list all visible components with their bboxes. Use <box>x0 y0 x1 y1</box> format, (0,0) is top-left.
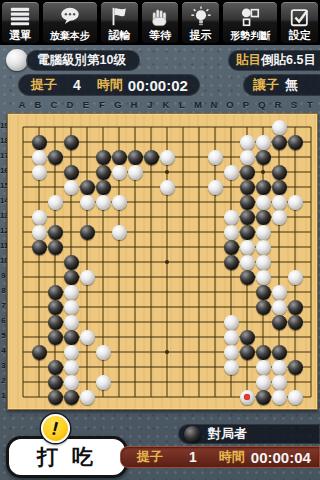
white-stone <box>256 255 271 270</box>
komi-pill: 貼目 倒貼6.5目 <box>228 50 320 71</box>
black-stone <box>64 255 79 270</box>
black-stone <box>32 135 47 150</box>
last-move-marker <box>244 394 250 400</box>
komi-value: 倒貼6.5目 <box>261 52 316 69</box>
black-stone <box>256 390 271 405</box>
black-stone <box>256 285 271 300</box>
white-stone <box>64 300 79 315</box>
white-stone <box>64 180 79 195</box>
white-stone <box>240 240 255 255</box>
black-stone <box>240 225 255 240</box>
black-stone <box>240 210 255 225</box>
coord-letter: G <box>110 99 126 110</box>
black-player-pill: 對局者 <box>178 424 320 444</box>
black-stone <box>64 390 79 405</box>
coord-letter: Q <box>254 99 270 110</box>
warning-badge-icon: ! <box>41 414 70 443</box>
menu-icon <box>9 5 31 29</box>
wait-button[interactable]: 等待 <box>141 1 180 44</box>
white-stone <box>64 315 79 330</box>
coord-number: 11 <box>0 241 7 250</box>
black-stone <box>48 315 63 330</box>
coord-letter: L <box>174 99 190 110</box>
black-stone <box>48 150 63 165</box>
black-stone <box>64 135 79 150</box>
black-captures-label: 提子 <box>137 448 163 466</box>
black-captures-pill: 提子 1 時間 00:00:04 <box>120 446 320 468</box>
white-stone <box>272 285 287 300</box>
coord-number: 6 <box>0 316 7 325</box>
white-stone <box>224 165 239 180</box>
hand-icon <box>149 5 171 29</box>
white-stone <box>64 360 79 375</box>
coord-letter: M <box>190 99 206 110</box>
white-stone <box>240 255 255 270</box>
white-stone <box>256 240 271 255</box>
black-stone <box>64 165 79 180</box>
estimate-label: 形勢判斷 <box>230 29 270 42</box>
white-stone <box>272 210 287 225</box>
coord-letter: K <box>158 99 174 110</box>
white-stone <box>208 180 223 195</box>
black-stone <box>64 270 79 285</box>
shapes-icon <box>239 5 261 29</box>
coord-number: 7 <box>0 301 7 310</box>
coord-number: 8 <box>0 286 7 295</box>
black-stone <box>48 360 63 375</box>
coord-number: 14 <box>0 196 7 205</box>
black-stone <box>272 315 287 330</box>
white-stone <box>240 150 255 165</box>
settings-label: 設定 <box>289 29 311 42</box>
white-captures-pill: 提子 4 時間 00:00:02 <box>18 74 200 96</box>
black-stone <box>48 390 63 405</box>
black-stone <box>96 180 111 195</box>
coord-number: 2 <box>0 376 7 385</box>
white-stone <box>272 375 287 390</box>
white-stone <box>272 390 287 405</box>
komi-label: 貼目 <box>236 52 261 69</box>
white-stone <box>32 225 47 240</box>
black-stone <box>288 135 303 150</box>
coord-number: 10 <box>0 256 7 265</box>
coord-letter: D <box>62 99 78 110</box>
coord-number: 3 <box>0 361 7 370</box>
black-stone-icon <box>184 426 201 443</box>
white-time-label: 時間 <box>97 76 123 94</box>
white-stone <box>80 195 95 210</box>
black-stone <box>256 150 271 165</box>
black-stone <box>288 315 303 330</box>
white-stone <box>48 195 63 210</box>
white-stone <box>256 270 271 285</box>
coord-number: 1 <box>0 391 7 400</box>
coord-number: 9 <box>0 271 7 280</box>
black-stone <box>48 375 63 390</box>
black-player-name: 對局者 <box>208 425 247 443</box>
white-stone <box>288 270 303 285</box>
white-stone <box>160 180 175 195</box>
white-stone <box>96 345 111 360</box>
black-stone <box>32 345 47 360</box>
white-stone <box>32 165 47 180</box>
white-stone <box>256 375 271 390</box>
black-stone <box>48 330 63 345</box>
black-stone <box>240 165 255 180</box>
resign-label: 認輸 <box>108 29 130 42</box>
white-stone <box>64 375 79 390</box>
white-stone <box>224 360 239 375</box>
white-stone <box>96 195 111 210</box>
black-stone <box>144 150 159 165</box>
black-stone <box>96 165 111 180</box>
atari-alert-bubble: 打 吃 <box>6 436 128 478</box>
white-time-value: 00:00:02 <box>128 77 188 94</box>
black-stone <box>256 180 271 195</box>
white-stone <box>112 195 127 210</box>
black-stone <box>240 330 255 345</box>
toolbar: 選單 放棄本步 認輸 等待 提示 <box>0 0 320 45</box>
menu-label: 選單 <box>9 29 31 42</box>
white-stone <box>240 135 255 150</box>
coord-number: 19 <box>0 121 7 130</box>
coord-letter: J <box>142 99 158 110</box>
white-stone <box>224 330 239 345</box>
hint-label: 提示 <box>190 29 212 42</box>
black-stone <box>224 240 239 255</box>
computer-level-pill: 電腦級別第10级 <box>26 50 140 71</box>
black-stone <box>48 285 63 300</box>
white-stone <box>288 390 303 405</box>
black-stone <box>32 240 47 255</box>
black-stone <box>272 345 287 360</box>
coord-number: 12 <box>0 226 7 235</box>
white-stone <box>240 390 255 405</box>
black-stone <box>48 300 63 315</box>
white-stone <box>128 165 143 180</box>
wait-label: 等待 <box>149 29 171 42</box>
white-stone <box>224 225 239 240</box>
black-stone <box>48 225 63 240</box>
resign-button[interactable]: 認輸 <box>100 1 139 44</box>
white-stone <box>256 135 271 150</box>
white-stone <box>160 150 175 165</box>
handicap-label: 讓子 <box>253 76 279 94</box>
black-stone <box>128 150 143 165</box>
coord-letter: R <box>270 99 286 110</box>
black-stone <box>288 360 303 375</box>
handicap-pill: 讓子 無 <box>243 74 320 96</box>
white-stone <box>224 315 239 330</box>
black-stone <box>272 180 287 195</box>
white-stone <box>80 390 95 405</box>
coord-letter: T <box>302 99 318 110</box>
white-stone <box>272 300 287 315</box>
black-stone <box>240 270 255 285</box>
white-captures-label: 提子 <box>31 76 57 94</box>
white-stone <box>224 210 239 225</box>
white-stone <box>208 150 223 165</box>
coord-letter: P <box>238 99 254 110</box>
coord-letter: C <box>46 99 62 110</box>
coord-number: 15 <box>0 181 7 190</box>
coord-letter: E <box>78 99 94 110</box>
black-stone <box>288 300 303 315</box>
white-stone-icon <box>6 49 28 71</box>
menu-button[interactable]: 選單 <box>1 1 40 44</box>
white-stone <box>272 360 287 375</box>
handicap-value: 無 <box>285 76 298 94</box>
coord-number: 5 <box>0 331 7 340</box>
white-stone <box>288 195 303 210</box>
white-captures-count: 4 <box>73 77 81 93</box>
white-stone <box>112 225 127 240</box>
black-stone <box>256 210 271 225</box>
white-stone <box>32 210 47 225</box>
atari-alert-text: 打 吃 <box>37 443 97 471</box>
black-stone <box>256 345 271 360</box>
black-stone <box>64 330 79 345</box>
coord-number: 4 <box>0 346 7 355</box>
coord-letter: H <box>126 99 142 110</box>
coord-number: 17 <box>0 151 7 160</box>
flag-icon <box>108 5 130 29</box>
computer-level-text: 電腦級別第10级 <box>37 52 126 69</box>
coord-letter: F <box>94 99 110 110</box>
white-stone <box>272 195 287 210</box>
go-game-screen: 選單 放棄本步 認輸 等待 提示 <box>0 0 320 480</box>
settings-button[interactable]: 設定 <box>280 1 319 44</box>
black-time-value: 00:00:04 <box>251 449 311 466</box>
white-stone <box>64 285 79 300</box>
black-stone <box>272 135 287 150</box>
white-stone <box>256 225 271 240</box>
estimate-button[interactable]: 形勢判斷 <box>222 1 279 44</box>
coord-letter: N <box>206 99 222 110</box>
white-stone <box>112 165 127 180</box>
white-stone <box>256 360 271 375</box>
black-stone <box>256 300 271 315</box>
black-stone <box>224 255 239 270</box>
black-stone <box>240 195 255 210</box>
black-stone <box>48 240 63 255</box>
pass-move-label: 放棄本步 <box>50 29 90 42</box>
white-stone <box>32 150 47 165</box>
lightbulb-icon <box>190 5 212 29</box>
checkbox-icon <box>289 5 311 29</box>
coord-letter: A <box>14 99 30 110</box>
coord-letter: O <box>222 99 238 110</box>
black-stone <box>80 225 95 240</box>
go-board[interactable] <box>7 113 318 410</box>
white-stone <box>80 270 95 285</box>
black-stone <box>272 165 287 180</box>
white-stone <box>256 195 271 210</box>
coord-number: 13 <box>0 211 7 220</box>
hint-button[interactable]: 提示 <box>181 1 220 44</box>
coord-number: 18 <box>0 136 7 145</box>
coord-number: 16 <box>0 166 7 175</box>
coord-letter: B <box>30 99 46 110</box>
white-stone <box>272 120 287 135</box>
black-stone <box>112 150 127 165</box>
coord-letter: S <box>286 99 302 110</box>
white-stone <box>96 375 111 390</box>
speech-bubble-icon <box>59 5 81 29</box>
white-stone <box>224 345 239 360</box>
pass-move-button[interactable]: 放棄本步 <box>42 1 99 44</box>
black-stone <box>96 150 111 165</box>
black-captures-count: 1 <box>189 449 197 465</box>
white-stone <box>80 330 95 345</box>
black-stone <box>80 180 95 195</box>
white-stone <box>64 345 79 360</box>
black-stone <box>240 345 255 360</box>
black-time-label: 時間 <box>219 448 245 466</box>
black-stone <box>240 180 255 195</box>
